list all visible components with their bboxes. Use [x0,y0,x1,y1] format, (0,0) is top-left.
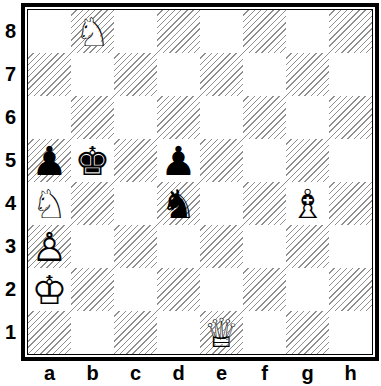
square-e6[interactable] [200,96,243,139]
square-d7[interactable] [157,53,200,96]
rank-label-3: 3 [0,225,21,268]
square-f6[interactable] [243,96,286,139]
square-b1[interactable] [71,311,114,354]
square-c3[interactable] [114,225,157,268]
square-e5[interactable] [200,139,243,182]
file-label-d: d [157,361,200,386]
rank-label-5: 5 [0,139,21,182]
square-d2[interactable] [157,268,200,311]
square-d6[interactable] [157,96,200,139]
square-a1[interactable] [28,311,71,354]
square-h8[interactable] [329,10,372,53]
rank-label-2: 2 [0,268,21,311]
white-pawn-a3[interactable]: ♙ [28,225,71,268]
file-label-e: e [200,361,243,386]
chess-diagram: 8 7 6 5 4 3 2 1 ♞♘♟♚♟♞♘♞♝♗♟♙♚♔♛♕ a b c d… [0,0,381,386]
square-h6[interactable] [329,96,372,139]
board-inner-border: ♞♘♟♚♟♞♘♞♝♗♟♙♚♔♛♕ [27,9,373,355]
square-g6[interactable] [286,96,329,139]
white-bishop-g4[interactable]: ♗ [286,182,329,225]
black-pawn-a5[interactable]: ♟ [28,139,71,182]
file-label-a: a [28,361,71,386]
square-b4[interactable] [71,182,114,225]
square-g3[interactable] [286,225,329,268]
black-knight-d4[interactable]: ♞ [157,182,200,225]
square-c8[interactable] [114,10,157,53]
square-h7[interactable] [329,53,372,96]
square-f2[interactable] [243,268,286,311]
square-g1[interactable] [286,311,329,354]
square-b3[interactable] [71,225,114,268]
square-c2[interactable] [114,268,157,311]
rank-label-4: 4 [0,182,21,225]
square-b2[interactable] [71,268,114,311]
square-e8[interactable] [200,10,243,53]
square-g7[interactable] [286,53,329,96]
square-a6[interactable] [28,96,71,139]
rank-labels: 8 7 6 5 4 3 2 1 [0,10,21,386]
square-f3[interactable] [243,225,286,268]
white-queen-e1[interactable]: ♕ [200,311,243,354]
square-f7[interactable] [243,53,286,96]
square-b8[interactable]: ♞♘ [71,10,114,53]
square-h3[interactable] [329,225,372,268]
white-knight-a4[interactable]: ♘ [28,182,71,225]
square-b7[interactable] [71,53,114,96]
square-h1[interactable] [329,311,372,354]
square-h4[interactable] [329,182,372,225]
file-label-g: g [286,361,329,386]
square-a3[interactable]: ♟♙ [28,225,71,268]
white-king-a2[interactable]: ♔ [28,268,71,311]
file-labels: a b c d e f g h [28,361,372,386]
square-b6[interactable] [71,96,114,139]
square-c5[interactable] [114,139,157,182]
file-label-b: b [71,361,114,386]
square-f5[interactable] [243,139,286,182]
rank-label-8: 8 [0,10,21,53]
square-g2[interactable] [286,268,329,311]
file-label-f: f [243,361,286,386]
file-label-h: h [329,361,372,386]
square-g4[interactable]: ♝♗ [286,182,329,225]
rank-label-7: 7 [0,53,21,96]
square-g8[interactable] [286,10,329,53]
square-c6[interactable] [114,96,157,139]
chess-board: ♞♘♟♚♟♞♘♞♝♗♟♙♚♔♛♕ [28,10,372,354]
rank-label-6: 6 [0,96,21,139]
white-knight-b8[interactable]: ♘ [71,10,114,53]
square-h2[interactable] [329,268,372,311]
square-h5[interactable] [329,139,372,182]
square-a2[interactable]: ♚♔ [28,268,71,311]
square-a8[interactable] [28,10,71,53]
square-e3[interactable] [200,225,243,268]
square-d3[interactable] [157,225,200,268]
file-label-c: c [114,361,157,386]
square-c7[interactable] [114,53,157,96]
square-f1[interactable] [243,311,286,354]
square-d1[interactable] [157,311,200,354]
square-e1[interactable]: ♛♕ [200,311,243,354]
board-frame: ♞♘♟♚♟♞♘♞♝♗♟♙♚♔♛♕ [21,3,379,361]
square-a7[interactable] [28,53,71,96]
rank-label-1: 1 [0,311,21,354]
square-e2[interactable] [200,268,243,311]
square-d5[interactable]: ♟ [157,139,200,182]
square-a5[interactable]: ♟ [28,139,71,182]
square-g5[interactable] [286,139,329,182]
square-e7[interactable] [200,53,243,96]
square-b5[interactable]: ♚ [71,139,114,182]
square-d8[interactable] [157,10,200,53]
square-a4[interactable]: ♞♘ [28,182,71,225]
square-c1[interactable] [114,311,157,354]
black-king-b5[interactable]: ♚ [71,139,114,182]
square-f4[interactable] [243,182,286,225]
square-c4[interactable] [114,182,157,225]
black-pawn-d5[interactable]: ♟ [157,139,200,182]
square-e4[interactable] [200,182,243,225]
square-d4[interactable]: ♞ [157,182,200,225]
square-f8[interactable] [243,10,286,53]
